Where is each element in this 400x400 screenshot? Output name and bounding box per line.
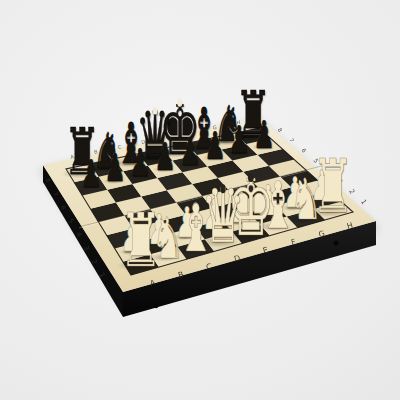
piece-black-pawn-g7[interactable]: ♟ — [228, 121, 250, 159]
piece-white-rook-a1[interactable]: ♜ — [119, 204, 162, 278]
piece-black-pawn-a7[interactable]: ♟ — [80, 155, 102, 193]
piece-layer: ♜♞♝♛♚♝♞♜♟♟♟♟♟♟♟♟♟♟♟♟♟♟♟♟♜♞♝♛♚♝♞♜ — [0, 0, 400, 400]
piece-black-pawn-d7[interactable]: ♟ — [154, 138, 176, 176]
finial-tip — [153, 107, 158, 114]
finial-tip — [221, 184, 226, 193]
finial-tip — [177, 99, 182, 107]
piece-black-pawn-c7[interactable]: ♟ — [129, 143, 151, 181]
piece-black-pawn-e7[interactable]: ♟ — [179, 132, 201, 170]
piece-black-pawn-h7[interactable]: ♟ — [253, 115, 275, 153]
finial-tip — [248, 173, 254, 182]
piece-black-pawn-f7[interactable]: ♟ — [204, 127, 226, 165]
piece-black-pawn-b7[interactable]: ♟ — [104, 149, 126, 187]
product-photo: AABBCCDDEEFFGGHH1122334455667788 ♜♞♝♛♚♝♞… — [0, 0, 400, 400]
